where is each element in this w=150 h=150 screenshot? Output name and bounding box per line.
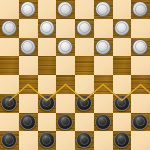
white-checker-piece[interactable] bbox=[57, 1, 73, 17]
square-r6c4-light[interactable] bbox=[56, 94, 75, 113]
square-r4c8-light[interactable] bbox=[131, 56, 150, 75]
square-r1c1-light[interactable] bbox=[0, 0, 19, 19]
white-checker-piece[interactable] bbox=[20, 39, 36, 55]
black-checker-piece[interactable] bbox=[57, 114, 73, 130]
square-r2c6-light[interactable] bbox=[94, 19, 113, 38]
square-r1c6-dark[interactable] bbox=[94, 0, 113, 19]
white-checker-piece[interactable] bbox=[132, 39, 148, 55]
square-r5c1-light[interactable] bbox=[0, 75, 19, 94]
square-r4c4-light[interactable] bbox=[56, 56, 75, 75]
square-r8c7-dark[interactable] bbox=[113, 131, 132, 150]
square-r8c1-dark[interactable] bbox=[0, 131, 19, 150]
square-r3c7-light[interactable] bbox=[113, 38, 132, 57]
square-r7c8-dark[interactable] bbox=[131, 113, 150, 132]
square-r7c3-light[interactable] bbox=[38, 113, 57, 132]
white-checker-piece[interactable] bbox=[57, 39, 73, 55]
square-r3c2-dark[interactable] bbox=[19, 38, 38, 57]
square-r1c7-light[interactable] bbox=[113, 0, 132, 19]
square-r4c5-dark[interactable] bbox=[75, 56, 94, 75]
square-r1c5-light[interactable] bbox=[75, 0, 94, 19]
square-r2c7-dark[interactable] bbox=[113, 19, 132, 38]
square-r7c1-light[interactable] bbox=[0, 113, 19, 132]
square-r3c5-light[interactable] bbox=[75, 38, 94, 57]
square-r5c6-dark[interactable] bbox=[94, 75, 113, 94]
square-r7c4-dark[interactable] bbox=[56, 113, 75, 132]
square-r6c8-light[interactable] bbox=[131, 94, 150, 113]
square-r2c5-dark[interactable] bbox=[75, 19, 94, 38]
square-r8c2-light[interactable] bbox=[19, 131, 38, 150]
white-checker-piece[interactable] bbox=[95, 1, 111, 17]
square-r3c1-light[interactable] bbox=[0, 38, 19, 57]
square-r4c1-dark[interactable] bbox=[0, 56, 19, 75]
square-r6c7-dark[interactable] bbox=[113, 94, 132, 113]
square-r5c5-light[interactable] bbox=[75, 75, 94, 94]
white-checker-piece[interactable] bbox=[39, 20, 55, 36]
square-r8c8-light[interactable] bbox=[131, 131, 150, 150]
square-r4c2-light[interactable] bbox=[19, 56, 38, 75]
square-r3c6-dark[interactable] bbox=[94, 38, 113, 57]
square-r2c1-dark[interactable] bbox=[0, 19, 19, 38]
square-r4c3-dark[interactable] bbox=[38, 56, 57, 75]
square-r1c8-dark[interactable] bbox=[131, 0, 150, 19]
square-r6c5-dark[interactable] bbox=[75, 94, 94, 113]
black-checker-piece[interactable] bbox=[39, 132, 55, 148]
square-r2c8-light[interactable] bbox=[131, 19, 150, 38]
square-r8c3-dark[interactable] bbox=[38, 131, 57, 150]
square-r6c2-light[interactable] bbox=[19, 94, 38, 113]
square-r6c1-dark[interactable] bbox=[0, 94, 19, 113]
square-r2c4-light[interactable] bbox=[56, 19, 75, 38]
square-r6c3-dark[interactable] bbox=[38, 94, 57, 113]
square-r4c7-dark[interactable] bbox=[113, 56, 132, 75]
square-r4c6-light[interactable] bbox=[94, 56, 113, 75]
square-r3c4-dark[interactable] bbox=[56, 38, 75, 57]
square-r7c2-dark[interactable] bbox=[19, 113, 38, 132]
square-r2c3-dark[interactable] bbox=[38, 19, 57, 38]
white-checker-piece[interactable] bbox=[20, 1, 36, 17]
black-checker-piece[interactable] bbox=[114, 132, 130, 148]
square-r8c4-light[interactable] bbox=[56, 131, 75, 150]
square-r5c2-dark[interactable] bbox=[19, 75, 38, 94]
black-checker-piece[interactable] bbox=[114, 95, 130, 111]
black-checker-piece[interactable] bbox=[76, 132, 92, 148]
checkers-board bbox=[0, 0, 150, 150]
black-checker-piece[interactable] bbox=[95, 114, 111, 130]
square-r8c6-light[interactable] bbox=[94, 131, 113, 150]
square-r5c8-dark[interactable] bbox=[131, 75, 150, 94]
square-r1c2-dark[interactable] bbox=[19, 0, 38, 19]
square-r5c7-light[interactable] bbox=[113, 75, 132, 94]
square-r6c6-light[interactable] bbox=[94, 94, 113, 113]
white-checker-piece[interactable] bbox=[114, 20, 130, 36]
square-r8c5-dark[interactable] bbox=[75, 131, 94, 150]
square-r7c6-dark[interactable] bbox=[94, 113, 113, 132]
black-checker-piece[interactable] bbox=[1, 95, 17, 111]
square-r5c3-light[interactable] bbox=[38, 75, 57, 94]
square-r1c4-dark[interactable] bbox=[56, 0, 75, 19]
black-checker-piece[interactable] bbox=[76, 95, 92, 111]
square-r3c3-light[interactable] bbox=[38, 38, 57, 57]
square-r2c2-light[interactable] bbox=[19, 19, 38, 38]
square-r7c5-light[interactable] bbox=[75, 113, 94, 132]
black-checker-piece[interactable] bbox=[132, 114, 148, 130]
white-checker-piece[interactable] bbox=[95, 39, 111, 55]
square-r3c8-dark[interactable] bbox=[131, 38, 150, 57]
white-checker-piece[interactable] bbox=[132, 1, 148, 17]
square-r7c7-light[interactable] bbox=[113, 113, 132, 132]
square-r1c3-light[interactable] bbox=[38, 0, 57, 19]
square-r5c4-dark[interactable] bbox=[56, 75, 75, 94]
black-checker-piece[interactable] bbox=[1, 132, 17, 148]
black-checker-piece[interactable] bbox=[20, 114, 36, 130]
white-checker-piece[interactable] bbox=[1, 20, 17, 36]
black-checker-piece[interactable] bbox=[39, 95, 55, 111]
white-checker-piece[interactable] bbox=[76, 20, 92, 36]
